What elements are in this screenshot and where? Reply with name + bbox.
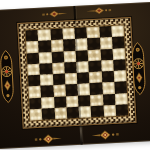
square-e2[interactable] [78,95,91,107]
square-f3[interactable] [90,83,103,95]
bottom-right-inlay-motif-icon [91,129,120,141]
square-d3[interactable] [65,84,78,96]
square-g4[interactable] [101,71,114,83]
photo-background [0,0,150,150]
square-e5[interactable] [76,61,89,73]
square-a1[interactable] [30,109,43,121]
square-c8[interactable] [50,29,63,41]
square-h8[interactable] [111,25,124,37]
square-c7[interactable] [51,40,64,52]
square-g5[interactable] [101,60,114,72]
square-h7[interactable] [112,37,125,49]
square-f5[interactable] [89,60,102,72]
square-c4[interactable] [52,74,65,86]
square-e3[interactable] [77,83,90,95]
square-e4[interactable] [77,72,90,84]
square-h2[interactable] [115,93,128,105]
square-c3[interactable] [53,85,66,97]
square-e1[interactable] [79,106,92,118]
square-f1[interactable] [91,105,104,117]
square-a4[interactable] [28,75,41,87]
square-d8[interactable] [62,28,75,40]
square-e8[interactable] [75,27,88,39]
square-f6[interactable] [88,49,101,61]
square-b8[interactable] [38,29,51,41]
bottom-left-inlay-motif-icon [34,133,63,145]
square-d7[interactable] [63,39,76,51]
square-a5[interactable] [27,64,40,76]
square-d5[interactable] [64,62,77,74]
square-h5[interactable] [113,59,126,71]
square-g2[interactable] [103,93,116,105]
square-b1[interactable] [42,108,55,120]
square-a7[interactable] [26,41,39,53]
square-d2[interactable] [66,95,79,107]
square-g6[interactable] [100,49,113,61]
square-h4[interactable] [114,70,127,82]
square-g1[interactable] [103,105,116,117]
square-b6[interactable] [39,52,52,64]
mosaic-border-frame [17,17,136,129]
square-e7[interactable] [75,39,88,51]
square-f8[interactable] [87,27,100,39]
square-a8[interactable] [26,30,39,42]
square-b4[interactable] [40,74,53,86]
square-h6[interactable] [112,48,125,60]
square-b7[interactable] [38,40,51,52]
square-b5[interactable] [40,63,53,75]
square-c1[interactable] [54,107,67,119]
square-a6[interactable] [27,52,40,64]
square-b2[interactable] [41,97,54,109]
square-d6[interactable] [63,50,76,62]
square-g3[interactable] [102,82,115,94]
board-grid [25,24,130,121]
square-e6[interactable] [76,50,89,62]
left-medallion-inlay-icon [0,49,15,104]
square-g7[interactable] [100,37,113,49]
square-g8[interactable] [99,26,112,38]
square-h1[interactable] [115,104,128,116]
square-c2[interactable] [54,96,67,108]
square-d4[interactable] [65,73,78,85]
square-f2[interactable] [90,94,103,106]
square-b3[interactable] [41,85,54,97]
square-a3[interactable] [29,86,42,98]
square-h3[interactable] [114,82,127,94]
square-f7[interactable] [87,38,100,50]
top-right-inlay-motif-icon [85,6,111,15]
square-f4[interactable] [89,72,102,84]
square-c6[interactable] [51,51,64,63]
square-a2[interactable] [29,97,42,109]
square-c5[interactable] [52,62,65,74]
square-d1[interactable] [66,107,79,119]
top-left-inlay-motif-icon [42,9,68,18]
chess-board [0,2,150,149]
